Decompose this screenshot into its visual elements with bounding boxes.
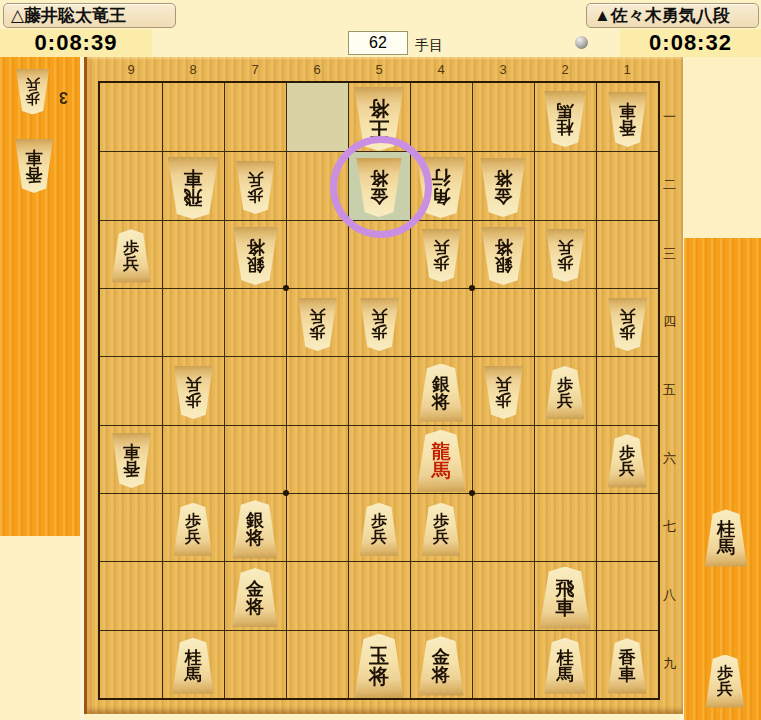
board-cell-6八[interactable] — [286, 561, 348, 629]
piece-char: 歩 — [433, 256, 449, 272]
piece-char: 将 — [369, 666, 389, 686]
piece-char: 飛 — [556, 579, 575, 598]
board-cell-6五[interactable] — [286, 356, 348, 424]
piece-char: 香 — [123, 461, 140, 478]
piece-char: 兵 — [247, 172, 263, 188]
piece-char: 兵 — [557, 240, 573, 256]
piece-char: 兵 — [185, 377, 201, 393]
row-label-九: 九 — [659, 630, 680, 698]
board-cell-7九[interactable] — [224, 630, 286, 698]
board-cell-1七[interactable] — [596, 493, 658, 561]
row-label-五: 五 — [659, 356, 680, 424]
board-cell-2七[interactable] — [534, 493, 596, 561]
col-label-4: 4 — [410, 62, 472, 80]
board-cell-2二[interactable] — [534, 151, 596, 219]
board-cell-2六[interactable] — [534, 425, 596, 493]
star-point — [469, 490, 475, 496]
sente-player-nameplate: ▲佐々木勇気八段 — [586, 3, 759, 28]
row-label-四: 四 — [659, 288, 680, 356]
board-cell-7四[interactable] — [224, 288, 286, 356]
piece-char: 歩 — [371, 513, 387, 529]
piece-char: 歩 — [433, 513, 449, 529]
star-point — [283, 285, 289, 291]
col-label-2: 2 — [534, 62, 596, 80]
board-cell-5五[interactable] — [348, 356, 410, 424]
col-label-9: 9 — [100, 62, 162, 80]
piece-char: 銀 — [246, 511, 264, 529]
sente-clock-value: 0:08:32 — [649, 30, 732, 56]
board-cell-8八[interactable] — [162, 561, 224, 629]
piece-char: 将 — [246, 598, 264, 616]
piece-char: 車 — [619, 102, 636, 119]
board-cell-8三[interactable] — [162, 220, 224, 288]
board-cell-4一[interactable] — [410, 83, 472, 151]
piece-char: 馬 — [557, 102, 574, 119]
piece-char: 歩 — [26, 92, 40, 106]
piece-char: 歩 — [619, 324, 635, 340]
board-cell-7一[interactable] — [224, 83, 286, 151]
piece-char: 歩 — [185, 513, 201, 529]
piece-char: 玉 — [369, 646, 389, 666]
gote-hand-count: 3 — [59, 88, 68, 106]
piece-char: 銀 — [246, 256, 264, 274]
gote-player-name: △藤井聡太竜王 — [11, 4, 126, 27]
piece-char: 歩 — [619, 445, 635, 461]
piece-char: 香 — [619, 119, 636, 136]
row-label-六: 六 — [659, 425, 680, 493]
piece-char: 歩 — [495, 393, 511, 409]
piece-char: 馬 — [185, 666, 202, 683]
board-cell-5八[interactable] — [348, 561, 410, 629]
gote-clock: 0:08:39 — [0, 29, 152, 57]
board-cell-9四[interactable] — [100, 288, 162, 356]
board-cell-6九[interactable] — [286, 630, 348, 698]
status-sphere-icon — [575, 36, 588, 49]
piece-char: 将 — [494, 170, 512, 188]
piece-char: 将 — [432, 666, 450, 684]
board-cell-6三[interactable] — [286, 220, 348, 288]
last-move-circle — [330, 136, 432, 238]
board-cell-6七[interactable] — [286, 493, 348, 561]
piece-char: 歩 — [123, 240, 139, 256]
board-cell-6一[interactable] — [286, 83, 348, 151]
piece-char: 兵 — [26, 78, 40, 92]
board-cell-2四[interactable] — [534, 288, 596, 356]
piece-char: 桂 — [557, 649, 574, 666]
board-cell-9八[interactable] — [100, 561, 162, 629]
col-label-1: 1 — [596, 62, 658, 80]
left-panel-lower — [0, 536, 80, 720]
move-number-label: 手目 — [415, 37, 443, 55]
piece-char: 歩 — [717, 665, 733, 681]
board-cell-8四[interactable] — [162, 288, 224, 356]
piece-char: 桂 — [557, 119, 574, 136]
gote-clock-value: 0:08:39 — [35, 30, 118, 56]
piece-char: 車 — [556, 598, 575, 617]
board-cell-3六[interactable] — [472, 425, 534, 493]
piece-char: 飛 — [184, 188, 203, 207]
board-cell-6六[interactable] — [286, 425, 348, 493]
row-label-二: 二 — [659, 151, 680, 219]
piece-char: 桂 — [185, 649, 202, 666]
board-cell-8一[interactable] — [162, 83, 224, 151]
right-panel-upper — [684, 57, 761, 238]
piece-char: 車 — [123, 444, 140, 461]
piece-char: 将 — [494, 238, 512, 256]
piece-char: 兵 — [619, 461, 635, 477]
board-cell-1二[interactable] — [596, 151, 658, 219]
row-label-八: 八 — [659, 561, 680, 629]
piece-char: 車 — [619, 666, 636, 683]
col-label-5: 5 — [348, 62, 410, 80]
piece-char: 将 — [432, 393, 450, 411]
piece-char: 将 — [246, 238, 264, 256]
board-cell-9二[interactable] — [100, 151, 162, 219]
piece-char: 角 — [432, 188, 451, 207]
piece-char: 兵 — [717, 681, 733, 697]
board-cell-7五[interactable] — [224, 356, 286, 424]
piece-char: 兵 — [309, 308, 325, 324]
piece-char: 歩 — [247, 188, 263, 204]
piece-char: 金 — [494, 188, 512, 206]
board-cell-8六[interactable] — [162, 425, 224, 493]
piece-char: 歩 — [557, 377, 573, 393]
piece-char: 兵 — [557, 393, 573, 409]
board-cell-4八[interactable] — [410, 561, 472, 629]
piece-char: 馬 — [717, 538, 735, 556]
piece-char: 将 — [369, 99, 389, 119]
piece-char: 兵 — [185, 529, 201, 545]
star-point — [469, 285, 475, 291]
board-cell-9九[interactable] — [100, 630, 162, 698]
gote-player-nameplate: △藤井聡太竜王 — [3, 3, 176, 28]
board-cell-5六[interactable] — [348, 425, 410, 493]
board-cell-9五[interactable] — [100, 356, 162, 424]
board-cell-4四[interactable] — [410, 288, 472, 356]
board-cell-3一[interactable] — [472, 83, 534, 151]
col-label-3: 3 — [472, 62, 534, 80]
row-label-七: 七 — [659, 493, 680, 561]
piece-char: 金 — [246, 580, 264, 598]
piece-char: 銀 — [494, 256, 512, 274]
row-label-一: 一 — [659, 83, 680, 151]
piece-char: 歩 — [371, 324, 387, 340]
star-point — [283, 490, 289, 496]
sente-captured-tray — [684, 238, 761, 720]
piece-char: 香 — [619, 649, 636, 666]
piece-char: 兵 — [371, 529, 387, 545]
gote-captured-tray — [0, 57, 80, 536]
sente-player-name: ▲佐々木勇気八段 — [594, 4, 730, 27]
piece-char: 桂 — [717, 520, 735, 538]
board-cell-3八[interactable] — [472, 561, 534, 629]
piece-char: 兵 — [619, 308, 635, 324]
piece-char: 兵 — [371, 308, 387, 324]
board-cell-9七[interactable] — [100, 493, 162, 561]
piece-char: 歩 — [557, 256, 573, 272]
board-cell-3九[interactable] — [472, 630, 534, 698]
move-number-box: 62 — [348, 31, 408, 55]
piece-char: 歩 — [309, 324, 325, 340]
col-label-7: 7 — [224, 62, 286, 80]
piece-char: 車 — [184, 169, 203, 188]
board-cell-3四[interactable] — [472, 288, 534, 356]
board-cell-1八[interactable] — [596, 561, 658, 629]
piece-char: 金 — [432, 648, 450, 666]
piece-char: 兵 — [495, 377, 511, 393]
col-label-6: 6 — [286, 62, 348, 80]
piece-char: 馬 — [432, 461, 451, 480]
piece-char: 龍 — [432, 442, 451, 461]
piece-char: 兵 — [123, 256, 139, 272]
piece-char: 兵 — [433, 240, 449, 256]
board-cell-7六[interactable] — [224, 425, 286, 493]
piece-char: 銀 — [432, 375, 450, 393]
sente-clock: 0:08:32 — [620, 29, 761, 57]
piece-char: 行 — [432, 169, 451, 188]
board-cell-9一[interactable] — [100, 83, 162, 151]
piece-char: 馬 — [557, 666, 574, 683]
piece-char: 香 — [26, 166, 43, 183]
row-label-三: 三 — [659, 220, 680, 288]
col-label-8: 8 — [162, 62, 224, 80]
board-cell-3七[interactable] — [472, 493, 534, 561]
piece-char: 兵 — [433, 529, 449, 545]
piece-char: 車 — [26, 149, 43, 166]
board-cell-1三[interactable] — [596, 220, 658, 288]
piece-char: 歩 — [185, 393, 201, 409]
header-bar: △藤井聡太竜王 ▲佐々木勇気八段 0:08:39 0:08:32 62 手目 — [0, 0, 761, 57]
piece-char: 将 — [246, 529, 264, 547]
move-number-value: 62 — [369, 34, 387, 52]
board-cell-1五[interactable] — [596, 356, 658, 424]
